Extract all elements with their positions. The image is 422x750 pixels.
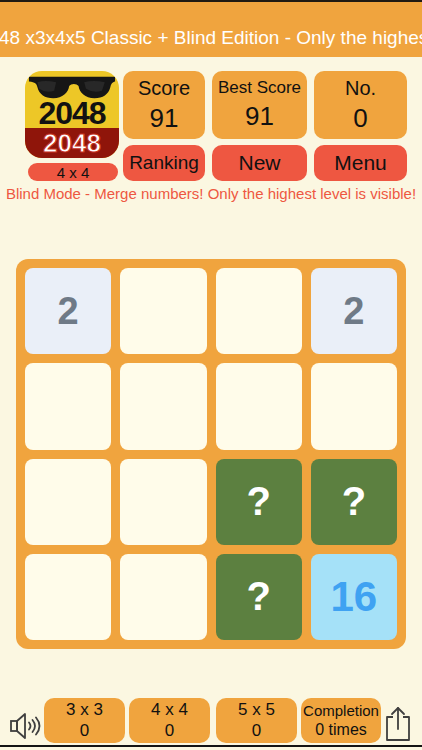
tile-r2c1 <box>25 363 111 449</box>
current-board-size-badge: 4 x 4 <box>28 163 118 181</box>
completion-label: Completion <box>303 702 379 720</box>
tile-r1c1: 2 <box>25 268 111 354</box>
sound-toggle-icon[interactable] <box>9 709 43 743</box>
blind-mode-banner-text: Blind Mode - Merge numbers! Only the hig… <box>6 185 416 202</box>
tile-r2c3 <box>216 363 302 449</box>
tile-r1c2 <box>120 268 206 354</box>
score-value: 91 <box>150 103 179 134</box>
board-size-4x4-button[interactable]: 4 x 4 0 <box>129 698 210 743</box>
share-icon[interactable] <box>384 705 412 743</box>
tile-r2c2 <box>120 363 206 449</box>
tile-r3c2 <box>120 459 206 545</box>
move-number-value: 0 <box>353 103 367 134</box>
board-size-3x3-count: 0 <box>80 721 89 742</box>
board-size-5x5-button[interactable]: 5 x 5 0 <box>216 698 297 743</box>
current-board-size-label: 4 x 4 <box>57 164 90 181</box>
tile-r2c4 <box>311 363 397 449</box>
score-box: Score 91 <box>123 71 205 139</box>
board-size-5x5-label: 5 x 5 <box>238 700 275 721</box>
tile-r3c4: ? <box>311 459 397 545</box>
app-icon-2048-white: 2048 <box>25 128 119 158</box>
tile-r4c1 <box>25 554 111 640</box>
completion-count: 0 times <box>315 720 367 740</box>
best-score-value: 91 <box>245 101 274 132</box>
best-score-label: Best Score <box>218 78 301 98</box>
tile-r1c3 <box>216 268 302 354</box>
new-game-button-label: New <box>238 151 280 175</box>
score-label: Score <box>138 77 190 100</box>
new-game-button[interactable]: New <box>212 145 307 181</box>
tile-r1c4: 2 <box>311 268 397 354</box>
bottom-divider <box>0 745 422 747</box>
ranking-button[interactable]: Ranking <box>123 145 205 181</box>
menu-button[interactable]: Menu <box>314 145 407 181</box>
tile-r3c3: ? <box>216 459 302 545</box>
tile-r4c4: 16 <box>311 554 397 640</box>
blind-mode-banner: Blind Mode - Merge numbers! Only the hig… <box>0 185 422 202</box>
tile-r4c2 <box>120 554 206 640</box>
tile-r4c3: ? <box>216 554 302 640</box>
board-size-3x3-label: 3 x 3 <box>66 700 103 721</box>
tile-r3c1 <box>25 459 111 545</box>
completion-counter-button[interactable]: Completion 0 times <box>301 698 381 743</box>
menu-button-label: Menu <box>334 151 387 175</box>
board-size-4x4-count: 0 <box>165 721 174 742</box>
app-title-bar: 2048 x3x4x5 Classic + Blind Edition - On… <box>0 2 422 57</box>
ranking-button-label: Ranking <box>129 152 199 174</box>
app-title: 2048 x3x4x5 Classic + Blind Edition - On… <box>0 27 422 49</box>
move-number-box: No. 0 <box>314 71 407 139</box>
move-number-label: No. <box>345 77 376 100</box>
board-size-4x4-label: 4 x 4 <box>151 700 188 721</box>
board-size-5x5-count: 0 <box>252 721 261 742</box>
app-icon: 2048 2048 <box>25 71 119 158</box>
best-score-box: Best Score 91 <box>212 71 307 139</box>
game-board[interactable]: 2 2 ? ? ? 16 <box>16 259 406 649</box>
board-size-3x3-button[interactable]: 3 x 3 0 <box>44 698 125 743</box>
app-icon-2048-black: 2048 <box>25 95 119 132</box>
